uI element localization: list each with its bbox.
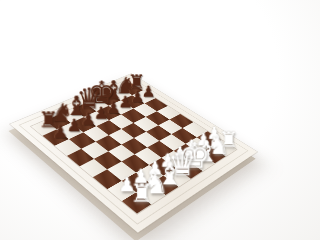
white-rook-glyph: ♜ [131, 181, 154, 207]
brown-pawn-glyph: ♟ [80, 111, 95, 128]
chessboard: ♜♞♝♛♚♝♞♜♟♟♟♟♟♟♟♟♟♟♟♟♟♟♟♟♜♞♝♛♚♝♞♜ [10, 74, 240, 233]
brown-pawn-glyph: ♟ [66, 117, 81, 134]
chessboard-grid: ♜♞♝♛♚♝♞♜♟♟♟♟♟♟♟♟♟♟♟♟♟♟♟♟♜♞♝♛♚♝♞♜ [31, 83, 236, 213]
product-photo-scene: ♜♞♝♛♚♝♞♜♟♟♟♟♟♟♟♟♟♟♟♟♟♟♟♟♜♞♝♛♚♝♞♜ [0, 0, 240, 240]
brown-pawn-glyph: ♟ [52, 123, 68, 141]
